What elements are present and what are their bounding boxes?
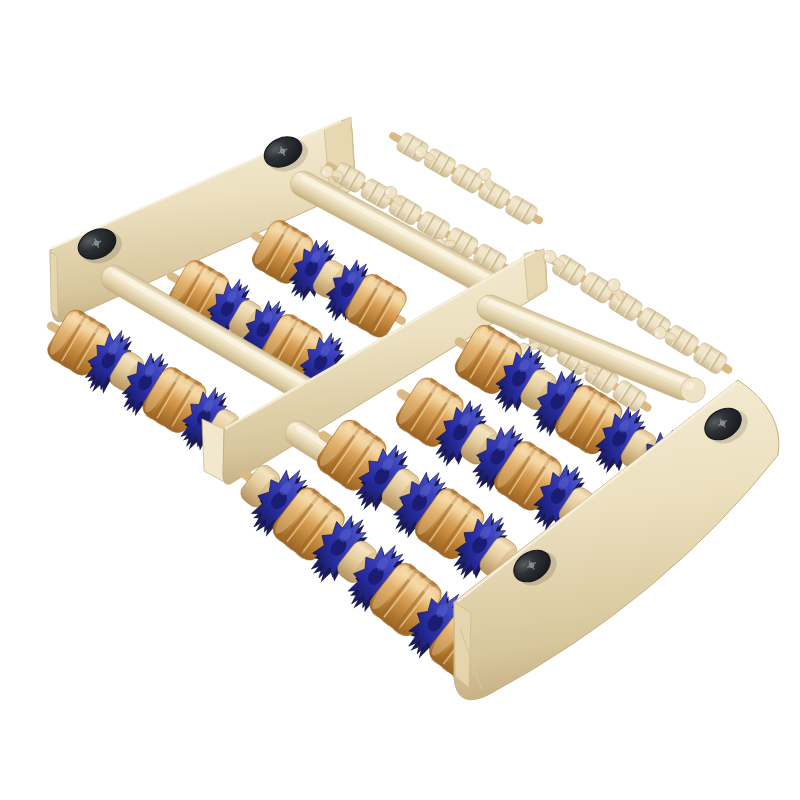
rail-end-grain <box>454 602 471 688</box>
rail-end-grain <box>50 252 58 318</box>
crossbar-end-cap <box>681 378 706 403</box>
product-photo <box>0 0 800 800</box>
foot-massager-illustration <box>0 0 800 800</box>
